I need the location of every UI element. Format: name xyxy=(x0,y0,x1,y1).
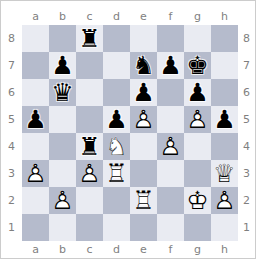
white-piece-outline: ♕ xyxy=(211,160,238,187)
square-e2[interactable]: ♜♖ xyxy=(130,187,157,214)
white-king-g2[interactable]: ♚♔ xyxy=(184,187,211,214)
white-piece-outline: ♙ xyxy=(22,160,49,187)
rank-label-5: 5 xyxy=(238,114,255,126)
black-rook-c8[interactable]: ♜ xyxy=(76,25,103,52)
rank-labels-right: 87654321 xyxy=(238,25,255,241)
white-pawn-f4[interactable]: ♟♙ xyxy=(157,133,184,160)
square-f2[interactable] xyxy=(157,187,184,214)
square-d8[interactable] xyxy=(103,25,130,52)
square-b7[interactable]: ♟ xyxy=(49,52,76,79)
square-c5[interactable] xyxy=(76,106,103,133)
rank-label-5: 5 xyxy=(1,114,22,126)
file-label-g: g xyxy=(184,241,211,256)
square-b8[interactable] xyxy=(49,25,76,52)
rank-label-2: 2 xyxy=(238,195,255,207)
square-f6[interactable] xyxy=(157,79,184,106)
square-a7[interactable] xyxy=(22,52,49,79)
square-g6[interactable]: ♟ xyxy=(184,79,211,106)
square-c7[interactable] xyxy=(76,52,103,79)
square-b1[interactable] xyxy=(49,214,76,241)
rank-labels-left: 87654321 xyxy=(1,25,22,241)
white-piece-outline: ♙ xyxy=(211,187,238,214)
square-b4[interactable] xyxy=(49,133,76,160)
white-piece-outline: ♔ xyxy=(184,187,211,214)
square-d1[interactable] xyxy=(103,214,130,241)
white-pawn-e5[interactable]: ♟♙ xyxy=(130,106,157,133)
rank-label-6: 6 xyxy=(238,87,255,99)
black-king-g7[interactable]: ♚ xyxy=(184,52,211,79)
white-knight-d4[interactable]: ♞♘ xyxy=(103,133,130,160)
black-pawn-f7[interactable]: ♟ xyxy=(157,52,184,79)
corner-top-left xyxy=(1,1,22,25)
square-b5[interactable] xyxy=(49,106,76,133)
white-piece-outline: ♙ xyxy=(157,133,184,160)
square-f4[interactable]: ♟♙ xyxy=(157,133,184,160)
corner-bottom-left xyxy=(1,241,22,258)
file-labels-bottom: abcdefgh xyxy=(22,241,238,258)
square-b3[interactable] xyxy=(49,160,76,187)
white-pawn-h2[interactable]: ♟♙ xyxy=(211,187,238,214)
rank-label-2: 2 xyxy=(1,195,22,207)
square-c4[interactable]: ♜ xyxy=(76,133,103,160)
white-piece-outline: ♖ xyxy=(103,160,130,187)
square-b6[interactable]: ♛ xyxy=(49,79,76,106)
white-pawn-a3[interactable]: ♟♙ xyxy=(22,160,49,187)
square-d7[interactable] xyxy=(103,52,130,79)
file-label-f: f xyxy=(157,241,184,256)
square-e3[interactable] xyxy=(130,160,157,187)
rank-label-3: 3 xyxy=(238,168,255,180)
white-piece-outline: ♙ xyxy=(76,160,103,187)
rank-label-4: 4 xyxy=(238,141,255,153)
white-queen-h3[interactable]: ♛♕ xyxy=(211,160,238,187)
corner-top-right xyxy=(238,1,255,25)
square-d4[interactable]: ♞♘ xyxy=(103,133,130,160)
square-b2[interactable]: ♟♙ xyxy=(49,187,76,214)
square-h4[interactable] xyxy=(211,133,238,160)
white-piece-outline: ♖ xyxy=(130,187,157,214)
square-h1[interactable] xyxy=(211,214,238,241)
square-h2[interactable]: ♟♙ xyxy=(211,187,238,214)
black-pawn-g6[interactable]: ♟ xyxy=(184,79,211,106)
square-h5[interactable]: ♟ xyxy=(211,106,238,133)
square-e7[interactable]: ♞ xyxy=(130,52,157,79)
square-f8[interactable] xyxy=(157,25,184,52)
black-pawn-a5[interactable]: ♟ xyxy=(22,106,49,133)
black-queen-b6[interactable]: ♛ xyxy=(49,79,76,106)
rank-label-8: 8 xyxy=(238,33,255,45)
rank-label-6: 6 xyxy=(1,87,22,99)
square-d5[interactable]: ♟ xyxy=(103,106,130,133)
black-knight-e7[interactable]: ♞ xyxy=(130,52,157,79)
square-c8[interactable]: ♜ xyxy=(76,25,103,52)
square-f1[interactable] xyxy=(157,214,184,241)
rank-label-7: 7 xyxy=(238,60,255,72)
file-label-h: h xyxy=(211,241,238,256)
file-label-b: b xyxy=(49,241,76,256)
square-g1[interactable] xyxy=(184,214,211,241)
file-label-h: h xyxy=(211,11,238,25)
chess-diagram: abcdefgh 87654321 ♜♟♞♟♚♛♟♟♟♟♟♙♟♙♟♜♞♘♟♙♟♙… xyxy=(0,0,256,259)
square-e1[interactable] xyxy=(130,214,157,241)
black-pawn-d5[interactable]: ♟ xyxy=(103,106,130,133)
square-e8[interactable] xyxy=(130,25,157,52)
file-label-c: c xyxy=(76,11,103,25)
file-label-g: g xyxy=(184,11,211,25)
square-a1[interactable] xyxy=(22,214,49,241)
white-piece-outline: ♙ xyxy=(184,106,211,133)
square-a6[interactable] xyxy=(22,79,49,106)
black-pawn-h5[interactable]: ♟ xyxy=(211,106,238,133)
square-g3[interactable] xyxy=(184,160,211,187)
black-pawn-e6[interactable]: ♟ xyxy=(130,79,157,106)
square-a2[interactable] xyxy=(22,187,49,214)
rank-label-3: 3 xyxy=(1,168,22,180)
corner-bottom-right xyxy=(238,241,255,258)
black-pawn-b7[interactable]: ♟ xyxy=(49,52,76,79)
square-g4[interactable] xyxy=(184,133,211,160)
file-label-e: e xyxy=(130,11,157,25)
square-h3[interactable]: ♛♕ xyxy=(211,160,238,187)
square-c6[interactable] xyxy=(76,79,103,106)
square-d2[interactable] xyxy=(103,187,130,214)
file-labels-top: abcdefgh xyxy=(22,1,238,25)
rank-label-7: 7 xyxy=(1,60,22,72)
rank-label-4: 4 xyxy=(1,141,22,153)
rank-label-1: 1 xyxy=(1,222,22,234)
file-label-a: a xyxy=(22,11,49,25)
square-e4[interactable] xyxy=(130,133,157,160)
white-piece-outline: ♙ xyxy=(49,187,76,214)
square-c2[interactable] xyxy=(76,187,103,214)
rank-label-1: 1 xyxy=(238,222,255,234)
file-label-d: d xyxy=(103,241,130,256)
square-g5[interactable]: ♟♙ xyxy=(184,106,211,133)
black-rook-c4[interactable]: ♜ xyxy=(76,133,103,160)
square-e6[interactable]: ♟ xyxy=(130,79,157,106)
square-h7[interactable] xyxy=(211,52,238,79)
square-f7[interactable]: ♟ xyxy=(157,52,184,79)
rank-label-8: 8 xyxy=(1,33,22,45)
file-label-c: c xyxy=(76,241,103,256)
square-f3[interactable] xyxy=(157,160,184,187)
square-a3[interactable]: ♟♙ xyxy=(22,160,49,187)
file-label-b: b xyxy=(49,11,76,25)
chess-board[interactable]: ♜♟♞♟♚♛♟♟♟♟♟♙♟♙♟♜♞♘♟♙♟♙♟♙♜♖♛♕♟♙♜♖♚♔♟♙ xyxy=(22,25,238,241)
white-rook-d3[interactable]: ♜♖ xyxy=(103,160,130,187)
white-pawn-g5[interactable]: ♟♙ xyxy=(184,106,211,133)
square-d6[interactable] xyxy=(103,79,130,106)
file-label-f: f xyxy=(157,11,184,25)
square-a8[interactable] xyxy=(22,25,49,52)
square-g2[interactable]: ♚♔ xyxy=(184,187,211,214)
square-f5[interactable] xyxy=(157,106,184,133)
white-pawn-b2[interactable]: ♟♙ xyxy=(49,187,76,214)
square-a4[interactable] xyxy=(22,133,49,160)
square-a5[interactable]: ♟ xyxy=(22,106,49,133)
square-g7[interactable]: ♚ xyxy=(184,52,211,79)
square-h6[interactable] xyxy=(211,79,238,106)
white-rook-e2[interactable]: ♜♖ xyxy=(130,187,157,214)
white-pawn-c3[interactable]: ♟♙ xyxy=(76,160,103,187)
square-g8[interactable] xyxy=(184,25,211,52)
white-piece-outline: ♙ xyxy=(130,106,157,133)
file-label-e: e xyxy=(130,241,157,256)
square-h8[interactable] xyxy=(211,25,238,52)
square-d3[interactable]: ♜♖ xyxy=(103,160,130,187)
square-e5[interactable]: ♟♙ xyxy=(130,106,157,133)
square-c1[interactable] xyxy=(76,214,103,241)
white-piece-outline: ♘ xyxy=(103,133,130,160)
file-label-a: a xyxy=(22,241,49,256)
square-c3[interactable]: ♟♙ xyxy=(76,160,103,187)
file-label-d: d xyxy=(103,11,130,25)
